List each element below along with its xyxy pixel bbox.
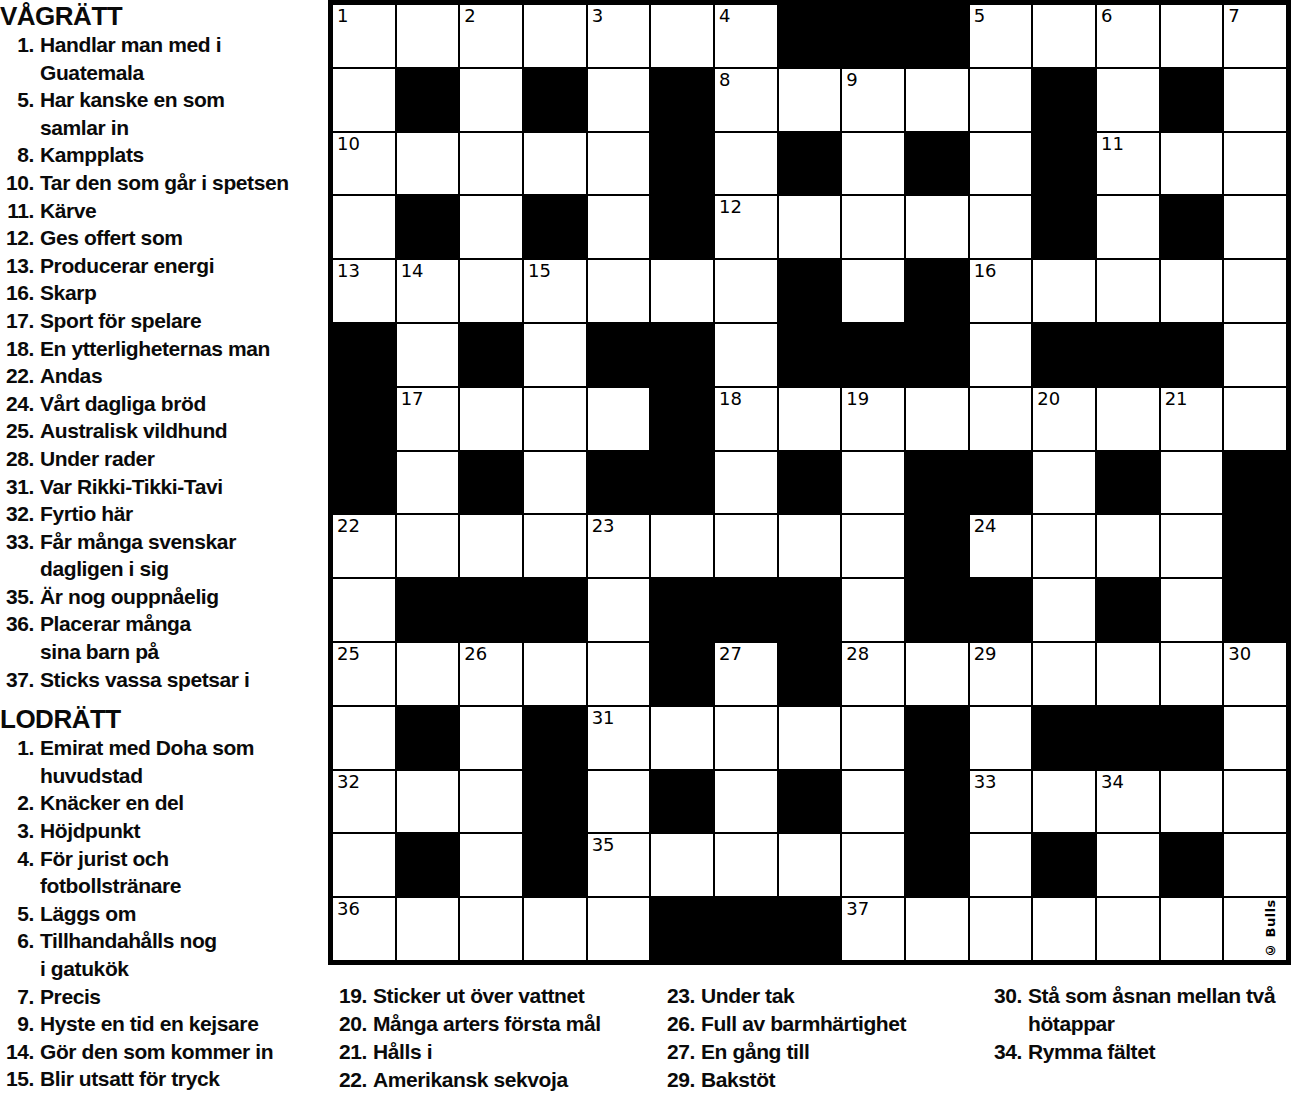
- clue-item: 9.Hyste en tid en kejsare: [0, 1010, 330, 1038]
- across-clues-list: 1.Handlar man med i Guatemala5.Har kansk…: [0, 31, 330, 693]
- grid-cell-white[interactable]: [1032, 514, 1096, 578]
- grid-cell-white[interactable]: 2: [459, 4, 523, 68]
- clue-text: Ges offert som: [40, 224, 183, 252]
- clue-item: 13.Producerar energi: [0, 252, 330, 280]
- grid-cell-white[interactable]: [523, 897, 587, 961]
- grid-cell-white[interactable]: [905, 387, 969, 451]
- grid-cell-white[interactable]: [1096, 387, 1160, 451]
- cell-number: 15: [528, 261, 551, 281]
- clue-text: Var Rikki-Tikki-Tavi: [40, 473, 223, 501]
- grid-cell-white[interactable]: 11: [1096, 132, 1160, 196]
- clue-number-label: 28.: [0, 445, 34, 473]
- grid-cell-white[interactable]: [778, 833, 842, 897]
- clue-text: Fyrtio här: [40, 500, 133, 528]
- grid-cell-black: [650, 323, 714, 387]
- grid-cell-white[interactable]: [969, 897, 1033, 961]
- cell-number: 35: [592, 835, 615, 855]
- clue-item: 1.Handlar man med i Guatemala: [0, 31, 330, 86]
- grid-cell-white[interactable]: [1160, 4, 1224, 68]
- clue-text: Under tak: [701, 982, 794, 1010]
- cell-number: 1: [337, 6, 348, 26]
- grid-cell-black: [523, 833, 587, 897]
- clue-item: 3.Höjdpunkt: [0, 817, 330, 845]
- grid-cell-black: [396, 195, 460, 259]
- clue-text: Amerikansk sekvoja: [373, 1066, 568, 1094]
- clue-number-label: 4.: [0, 845, 34, 873]
- clue-number-label: 14.: [0, 1038, 34, 1066]
- grid-cell-white[interactable]: [1160, 642, 1224, 706]
- clue-item: 32.Fyrtio här: [0, 500, 330, 528]
- grid-cell-white[interactable]: [1223, 68, 1287, 132]
- clue-text: För jurist och fotbollstränare: [40, 845, 181, 900]
- grid-cell-white[interactable]: 26: [459, 642, 523, 706]
- grid-cell-white[interactable]: [714, 323, 778, 387]
- grid-cell-black: [587, 323, 651, 387]
- grid-cell-black: [778, 642, 842, 706]
- grid-cell-white[interactable]: [587, 259, 651, 323]
- cell-number: 3: [592, 6, 603, 26]
- grid-cell-black: [1096, 323, 1160, 387]
- grid-cell-white[interactable]: [523, 132, 587, 196]
- grid-cell-white[interactable]: 27: [714, 642, 778, 706]
- grid-cell-white[interactable]: [332, 706, 396, 770]
- grid-cell-white[interactable]: [969, 706, 1033, 770]
- grid-cell-white[interactable]: [587, 132, 651, 196]
- grid-cell-black: [396, 68, 460, 132]
- grid-cell-white[interactable]: [459, 195, 523, 259]
- grid-cell-white[interactable]: [1160, 514, 1224, 578]
- grid-cell-white[interactable]: 18: [714, 387, 778, 451]
- grid-cell-white[interactable]: [1223, 259, 1287, 323]
- grid-cell-white[interactable]: [396, 132, 460, 196]
- grid-cell-white[interactable]: [1160, 259, 1224, 323]
- grid-cell-white[interactable]: 30: [1223, 642, 1287, 706]
- grid-cell-white[interactable]: [1032, 451, 1096, 515]
- grid-cell-white[interactable]: [1096, 68, 1160, 132]
- grid-cell-white[interactable]: [714, 259, 778, 323]
- clue-number-label: 2.: [0, 789, 34, 817]
- clue-item: 23.Under tak: [658, 982, 982, 1010]
- grid-cell-black: [778, 451, 842, 515]
- grid-cell-black: [1096, 451, 1160, 515]
- grid-cell-black: [650, 578, 714, 642]
- cell-number: 21: [1165, 389, 1188, 409]
- grid-cell-white[interactable]: [587, 195, 651, 259]
- clue-text: Emirat med Doha som huvudstad: [40, 734, 254, 789]
- grid-cell-white[interactable]: [396, 642, 460, 706]
- grid-cell-white[interactable]: [1032, 4, 1096, 68]
- clue-text: Sticker ut över vattnet: [373, 982, 584, 1010]
- cell-number: 12: [719, 197, 742, 217]
- clue-number-label: 9.: [0, 1010, 34, 1038]
- grid-cell-white[interactable]: [1096, 833, 1160, 897]
- clue-text: Kampplats: [40, 141, 144, 169]
- cell-number: 26: [464, 644, 487, 664]
- grid-cell-white[interactable]: [841, 451, 905, 515]
- grid-cell-white[interactable]: [778, 387, 842, 451]
- cell-number: 32: [337, 772, 360, 792]
- clue-text: Många arters första mål: [373, 1010, 601, 1038]
- grid-cell-white[interactable]: [905, 195, 969, 259]
- grid-cell-white[interactable]: 37: [841, 897, 905, 961]
- clue-number-label: 36.: [0, 610, 34, 638]
- grid-cell-white[interactable]: [841, 833, 905, 897]
- clue-item: 20.Många arters första mål: [330, 1010, 654, 1038]
- grid-cell-black: [905, 833, 969, 897]
- grid-cell-white[interactable]: [459, 706, 523, 770]
- clue-item: 11.Kärve: [0, 197, 330, 225]
- clue-item: 33.Får många svenskar dagligen i sig: [0, 528, 330, 583]
- grid-cell-white[interactable]: [1032, 770, 1096, 834]
- grid-cell-white[interactable]: 1: [332, 4, 396, 68]
- grid-cell-white[interactable]: [1223, 833, 1287, 897]
- grid-cell-white[interactable]: 36: [332, 897, 396, 961]
- clue-number-label: 21.: [330, 1038, 367, 1066]
- grid-cell-white[interactable]: [1032, 897, 1096, 961]
- cell-number: 8: [719, 70, 730, 90]
- grid-cell-white[interactable]: [459, 68, 523, 132]
- clue-text: Kärve: [40, 197, 96, 225]
- grid-cell-white[interactable]: [587, 897, 651, 961]
- grid-cell-black: [841, 4, 905, 68]
- grid-cell-white[interactable]: [587, 578, 651, 642]
- clue-item: 37.Sticks vassa spetsar i: [0, 666, 330, 694]
- grid-cell-white[interactable]: [714, 770, 778, 834]
- grid-cell-white[interactable]: [650, 4, 714, 68]
- grid-cell-white[interactable]: [1160, 578, 1224, 642]
- clue-item: 5.Har kanske en som samlar in: [0, 86, 330, 141]
- grid-cell-white[interactable]: [1223, 387, 1287, 451]
- clue-number-label: 24.: [0, 390, 34, 418]
- grid-cell-white[interactable]: [714, 706, 778, 770]
- clue-text: Under rader: [40, 445, 155, 473]
- clue-item: 14.Gör den som kommer in: [0, 1038, 330, 1066]
- clue-number-label: 23.: [658, 982, 695, 1010]
- grid-cell-black: [650, 132, 714, 196]
- clue-number-label: 5.: [0, 86, 34, 114]
- grid-cell-white[interactable]: [587, 642, 651, 706]
- grid-cell-white[interactable]: 32: [332, 770, 396, 834]
- grid-cell-white[interactable]: [1032, 578, 1096, 642]
- grid-cell-white[interactable]: [587, 68, 651, 132]
- grid-cell-white[interactable]: 35: [587, 833, 651, 897]
- clue-item: 18.En ytterligheternas man: [0, 335, 330, 363]
- grid-cell-white[interactable]: [905, 68, 969, 132]
- grid-cell-white[interactable]: 20: [1032, 387, 1096, 451]
- across-header: VÅGRÄTT: [0, 1, 330, 31]
- cell-number: 11: [1101, 134, 1124, 154]
- grid-cell-white[interactable]: [523, 642, 587, 706]
- grid-cell-white[interactable]: [778, 514, 842, 578]
- clue-number-label: 29.: [658, 1066, 695, 1094]
- grid-cell-black: [778, 259, 842, 323]
- grid-cell-black: [523, 195, 587, 259]
- grid-cell-white[interactable]: [841, 132, 905, 196]
- grid-cell-black: [1096, 706, 1160, 770]
- grid-cell-white[interactable]: [969, 132, 1033, 196]
- grid-cell-white[interactable]: [841, 770, 905, 834]
- grid-cell-white[interactable]: [714, 514, 778, 578]
- grid-cell-white[interactable]: [1223, 706, 1287, 770]
- clue-number-label: 11.: [0, 197, 34, 225]
- grid-cell-white[interactable]: [396, 451, 460, 515]
- cell-number: 4: [719, 6, 730, 26]
- grid-cell-white[interactable]: 12: [714, 195, 778, 259]
- grid-cell-white[interactable]: [396, 4, 460, 68]
- crossword-page: VÅGRÄTT 1.Handlar man med i Guatemala5.H…: [0, 0, 1291, 1098]
- grid-cell-white[interactable]: 19: [841, 387, 905, 451]
- clue-text: Rymma fältet: [1028, 1038, 1155, 1066]
- cell-number: 30: [1228, 644, 1251, 664]
- grid-cell-white[interactable]: [1096, 897, 1160, 961]
- grid-cell-white[interactable]: [459, 897, 523, 961]
- grid-cell-white[interactable]: [459, 514, 523, 578]
- clue-item: 17.Sport för spelare: [0, 307, 330, 335]
- grid-cell-white[interactable]: 13: [332, 259, 396, 323]
- clue-item: 35.Är nog ouppnåelig: [0, 583, 330, 611]
- cell-number: 29: [974, 644, 997, 664]
- grid-cell-white[interactable]: [587, 387, 651, 451]
- grid-cell-white[interactable]: 33: [969, 770, 1033, 834]
- grid-cell-white[interactable]: [523, 514, 587, 578]
- grid-cell-white[interactable]: 14: [396, 259, 460, 323]
- cell-number: 10: [337, 134, 360, 154]
- grid-cell-white[interactable]: [459, 770, 523, 834]
- clue-text: Hyste en tid en kejsare: [40, 1010, 258, 1038]
- grid-cell-white[interactable]: [1160, 132, 1224, 196]
- copyright-credit: © Bulls: [1263, 890, 1278, 958]
- clue-text: Bakstöt: [701, 1066, 775, 1094]
- grid-cell-white[interactable]: 23: [587, 514, 651, 578]
- grid-cell-black: [905, 706, 969, 770]
- grid-cell-black: [650, 897, 714, 961]
- grid-cell-white[interactable]: [396, 770, 460, 834]
- grid-cell-white[interactable]: 34: [1096, 770, 1160, 834]
- clue-item: 24.Vårt dagliga bröd: [0, 390, 330, 418]
- grid-cell-white[interactable]: 31: [587, 706, 651, 770]
- grid-cell-white[interactable]: [523, 323, 587, 387]
- grid-cell-black: [650, 451, 714, 515]
- cell-number: 22: [337, 516, 360, 536]
- grid-cell-white[interactable]: [841, 195, 905, 259]
- cell-number: 18: [719, 389, 742, 409]
- clue-number-label: 22.: [0, 362, 34, 390]
- clue-number-label: 5.: [0, 900, 34, 928]
- grid-cell-white[interactable]: [650, 259, 714, 323]
- grid-cell-white[interactable]: 29: [969, 642, 1033, 706]
- clue-text: Sport för spelare: [40, 307, 201, 335]
- grid-cell-white[interactable]: [1223, 770, 1287, 834]
- grid-cell-white[interactable]: [459, 259, 523, 323]
- grid-cell-white[interactable]: [1096, 195, 1160, 259]
- grid-cell-white[interactable]: [1223, 132, 1287, 196]
- grid-cell-white[interactable]: 10: [332, 132, 396, 196]
- cell-number: 31: [592, 708, 615, 728]
- clue-text: Australisk vildhund: [40, 417, 227, 445]
- grid-cell-black: [650, 387, 714, 451]
- down-clues-bottom-col2: 23.Under tak26.Full av barmhärtighet27.E…: [658, 982, 982, 1094]
- grid-cell-black: [650, 642, 714, 706]
- grid-cell-white[interactable]: [841, 259, 905, 323]
- grid-cell-black: [778, 578, 842, 642]
- grid-cell-black: [1032, 195, 1096, 259]
- grid-cell-white[interactable]: [332, 578, 396, 642]
- grid-cell-black: [332, 451, 396, 515]
- cell-number: 2: [464, 6, 475, 26]
- grid-cell-black: [778, 323, 842, 387]
- grid-cell-black: [459, 578, 523, 642]
- grid-cell-white[interactable]: 9: [841, 68, 905, 132]
- grid-cell-white[interactable]: [650, 514, 714, 578]
- grid-cell-white[interactable]: [459, 387, 523, 451]
- grid-cell-white[interactable]: [778, 706, 842, 770]
- grid-cell-white[interactable]: 24: [969, 514, 1033, 578]
- grid-cell-white[interactable]: [459, 132, 523, 196]
- clue-item: 31.Var Rikki-Tikki-Tavi: [0, 473, 330, 501]
- grid-cell-black: [905, 132, 969, 196]
- grid-cell-white[interactable]: [905, 897, 969, 961]
- grid-cell-white[interactable]: [714, 132, 778, 196]
- grid-cell-black: [905, 323, 969, 387]
- grid-cell-white[interactable]: [459, 833, 523, 897]
- grid-cell-white[interactable]: [1160, 770, 1224, 834]
- grid-cell-white[interactable]: 5: [969, 4, 1033, 68]
- grid-cell-white[interactable]: [778, 195, 842, 259]
- grid-cell-black: [523, 578, 587, 642]
- grid-cell-black: [396, 833, 460, 897]
- grid-cell-white[interactable]: 7: [1223, 4, 1287, 68]
- grid-cell-white[interactable]: [905, 642, 969, 706]
- clue-text: Har kanske en som samlar in: [40, 86, 225, 141]
- grid-cell-white[interactable]: [523, 451, 587, 515]
- grid-cell-black: [778, 897, 842, 961]
- grid-cell-white[interactable]: 22: [332, 514, 396, 578]
- grid-cell-white[interactable]: [1223, 323, 1287, 387]
- grid-cell-white[interactable]: [1096, 514, 1160, 578]
- grid-cell-black: [714, 578, 778, 642]
- grid-cell-black: [1223, 514, 1287, 578]
- grid-cell-white[interactable]: 16: [969, 259, 1033, 323]
- clue-item: 8.Kampplats: [0, 141, 330, 169]
- grid-cell-white[interactable]: [332, 195, 396, 259]
- grid-cell-white[interactable]: [969, 68, 1033, 132]
- grid-cell-white[interactable]: [714, 451, 778, 515]
- cell-number: 36: [337, 899, 360, 919]
- clue-number-label: 20.: [330, 1010, 367, 1038]
- grid-cell-white[interactable]: [1160, 897, 1224, 961]
- clue-text: Höjdpunkt: [40, 817, 140, 845]
- grid-cell-black: [1160, 68, 1224, 132]
- grid-cell-white[interactable]: 28: [841, 642, 905, 706]
- grid-cell-white[interactable]: [1096, 642, 1160, 706]
- grid-cell-white[interactable]: [587, 770, 651, 834]
- grid-cell-white[interactable]: 21: [1160, 387, 1224, 451]
- grid-cell-white[interactable]: [1032, 259, 1096, 323]
- grid-cell-white[interactable]: [1223, 195, 1287, 259]
- clue-text: Andas: [40, 362, 102, 390]
- clue-item: 27.En gång till: [658, 1038, 982, 1066]
- grid-cell-white[interactable]: [396, 897, 460, 961]
- grid-cell-white[interactable]: 15: [523, 259, 587, 323]
- clue-item: 25.Australisk vildhund: [0, 417, 330, 445]
- clue-text: Gör den som kommer in: [40, 1038, 273, 1066]
- clue-text: Knäcker en del: [40, 789, 184, 817]
- grid-cell-white[interactable]: [969, 195, 1033, 259]
- cell-number: 24: [974, 516, 997, 536]
- grid-cell-white[interactable]: [332, 68, 396, 132]
- grid-cell-black: [778, 770, 842, 834]
- grid-cell-white[interactable]: [969, 323, 1033, 387]
- grid-cell-white[interactable]: 17: [396, 387, 460, 451]
- clue-text: Tar den som går i spetsen: [40, 169, 289, 197]
- grid-cell-white[interactable]: [1160, 451, 1224, 515]
- clue-text: Skarp: [40, 279, 96, 307]
- grid-cell-white[interactable]: 6: [1096, 4, 1160, 68]
- clue-number-label: 22.: [330, 1066, 367, 1094]
- grid-cell-white[interactable]: [523, 387, 587, 451]
- clues-panel-left: VÅGRÄTT 1.Handlar man med i Guatemala5.H…: [0, 1, 330, 1093]
- cell-number: 27: [719, 644, 742, 664]
- grid-cell-white[interactable]: [332, 833, 396, 897]
- clue-number-label: 1.: [0, 734, 34, 762]
- grid-cell-black: [523, 706, 587, 770]
- clue-number-label: 8.: [0, 141, 34, 169]
- grid-cell-white[interactable]: [969, 833, 1033, 897]
- down-clues-list-left: 1.Emirat med Doha som huvudstad2.Knäcker…: [0, 734, 330, 1093]
- clue-text: Vårt dagliga bröd: [40, 390, 206, 418]
- grid-cell-white[interactable]: [969, 387, 1033, 451]
- cell-number: 37: [846, 899, 869, 919]
- grid-cell-white[interactable]: 4: [714, 4, 778, 68]
- down-clues-bottom-col1: 19.Sticker ut över vattnet20.Många arter…: [330, 982, 654, 1094]
- grid-cell-white[interactable]: [1032, 642, 1096, 706]
- clue-number-label: 3.: [0, 817, 34, 845]
- cell-number: 23: [592, 516, 615, 536]
- clue-number-label: 12.: [0, 224, 34, 252]
- grid-cell-white[interactable]: [778, 68, 842, 132]
- clue-text: Precis: [40, 983, 101, 1011]
- cell-number: 5: [974, 6, 985, 26]
- clue-text: Tillhandahålls nog i gatukök: [40, 927, 217, 982]
- grid-cell-white[interactable]: [841, 706, 905, 770]
- grid-cell-black: [1160, 833, 1224, 897]
- down-header: LODRÄTT: [0, 704, 330, 734]
- grid-cell-white[interactable]: [650, 833, 714, 897]
- grid-cell-white[interactable]: [841, 578, 905, 642]
- grid-cell-white[interactable]: [523, 4, 587, 68]
- grid-cell-white[interactable]: [396, 514, 460, 578]
- grid-cell-black: [650, 770, 714, 834]
- grid-cell-black: [650, 68, 714, 132]
- grid-cell-white[interactable]: [650, 706, 714, 770]
- cell-number: 13: [337, 261, 360, 281]
- grid-cell-white[interactable]: [841, 514, 905, 578]
- clue-item: 28.Under rader: [0, 445, 330, 473]
- grid-cell-white[interactable]: 3: [587, 4, 651, 68]
- clue-item: 10.Tar den som går i spetsen: [0, 169, 330, 197]
- grid-cell-white[interactable]: 25: [332, 642, 396, 706]
- grid-cell-white[interactable]: [396, 323, 460, 387]
- clue-text: Placerar många sina barn på: [40, 610, 191, 665]
- cell-number: 17: [401, 389, 424, 409]
- clue-item: 19.Sticker ut över vattnet: [330, 982, 654, 1010]
- grid-cell-white[interactable]: [714, 833, 778, 897]
- grid-cell-black: [459, 451, 523, 515]
- grid-cell-white[interactable]: 8: [714, 68, 778, 132]
- clue-number-label: 15.: [0, 1065, 34, 1093]
- grid-cell-black: [396, 578, 460, 642]
- grid-cell-white[interactable]: [1096, 259, 1160, 323]
